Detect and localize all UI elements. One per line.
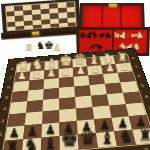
coordinate-label: 3: [148, 106, 150, 111]
coordinate-label: 2: [0, 132, 2, 138]
white-pawn: ♟: [44, 68, 59, 78]
black-queen: ♛: [79, 129, 98, 148]
square-d8: ♛: [78, 133, 98, 150]
coordinate-label: 8: [131, 57, 135, 60]
coordinate-label: f: [107, 149, 110, 150]
square-f8: ♝: [41, 136, 60, 150]
square-g4: [27, 89, 43, 101]
coordinate-label: 5: [5, 95, 9, 99]
coordinate-label: 7: [134, 65, 138, 69]
coordinate-label: 6: [7, 85, 11, 89]
square-a8: ♜: [132, 128, 150, 144]
white-pawn: ♟: [59, 67, 74, 77]
main-board-scene: abcdefgh abcdefgh 87654321 87654321 ♜♞♝♚…: [0, 30, 150, 150]
white-pawn: ♟: [103, 63, 118, 73]
coordinate-label: 7: [9, 76, 13, 80]
brass-clasp-icon: [108, 3, 118, 8]
square-b8: ♞: [114, 130, 136, 146]
square-g5: [26, 100, 43, 113]
coordinate-label: 4: [3, 106, 7, 111]
black-knight: ♞: [22, 136, 41, 150]
black-rook: ♜: [136, 127, 150, 142]
white-pawn: ♟: [73, 66, 88, 76]
white-pawn: ♟: [117, 62, 132, 72]
square-h8: ♜: [3, 139, 24, 150]
coordinate-label: 8: [10, 67, 13, 70]
main-chessboard: abcdefgh abcdefgh 87654321 87654321 ♜♞♝♚…: [0, 48, 150, 150]
coordinate-label: 3: [0, 118, 4, 123]
coordinate-label: h: [144, 146, 150, 150]
square-d2: ♟: [73, 66, 88, 76]
square-f4: [43, 88, 59, 100]
square-e8: ♚: [60, 134, 79, 150]
white-pawn: ♟: [15, 71, 30, 81]
black-king: ♚: [60, 129, 79, 149]
black-bishop: ♝: [98, 129, 117, 146]
square-h4: [11, 90, 28, 102]
square-c8: ♝: [96, 131, 117, 147]
square-d4: [74, 85, 91, 97]
white-pawn: ♟: [29, 69, 44, 79]
black-rook: ♜: [3, 139, 22, 150]
white-pawn: ♟: [88, 64, 103, 74]
coordinate-label: g: [125, 148, 130, 150]
coordinate-label: 6: [137, 74, 141, 78]
coordinate-label: 4: [144, 94, 149, 98]
board-grid: ♜♞♝♚♛♝♞♜♟♟♟♟♟♟♟♟♟♟♟♟♟♟♟♟♜♞♝♚♛♝♞♜: [3, 55, 150, 150]
chess-set-product-photo: ♜♞♚♟ ♚♟♜♞♟♝♟ ♛♟▪♝♟▪♜♟♞ abcdefgh abcdefgh…: [0, 0, 150, 150]
square-a4: [120, 81, 139, 93]
coordinate-label: 5: [140, 84, 144, 88]
black-bishop: ♝: [41, 134, 60, 150]
square-g8: ♞: [22, 138, 42, 150]
black-knight: ♞: [117, 128, 136, 145]
